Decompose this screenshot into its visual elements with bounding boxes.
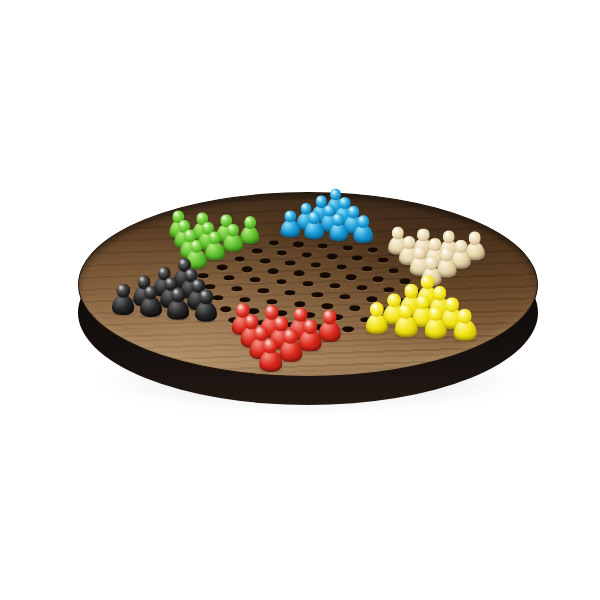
hole[interactable]: [239, 297, 250, 303]
peg-body: [140, 297, 162, 317]
hole[interactable]: [235, 256, 246, 261]
hole[interactable]: [231, 286, 242, 291]
peg-head: [322, 309, 336, 324]
hole[interactable]: [399, 279, 410, 284]
peg-head: [308, 212, 320, 225]
peg-head: [357, 215, 369, 228]
peg-head: [399, 304, 413, 319]
peg-body: [112, 295, 134, 315]
board-cells-layer: [0, 0, 600, 600]
hole[interactable]: [266, 299, 277, 305]
hole[interactable]: [260, 258, 271, 263]
peg-blue[interactable]: [305, 212, 324, 240]
hole[interactable]: [276, 279, 287, 284]
peg-green[interactable]: [223, 224, 243, 252]
hole[interactable]: [372, 277, 383, 282]
hole[interactable]: [336, 264, 347, 269]
peg-body: [279, 340, 302, 361]
hole[interactable]: [294, 271, 305, 276]
hole[interactable]: [302, 252, 312, 257]
hole[interactable]: [378, 258, 389, 263]
peg-head: [458, 309, 472, 324]
peg-head: [429, 306, 443, 321]
peg-yellow[interactable]: [395, 304, 417, 336]
peg-black[interactable]: [195, 290, 217, 322]
peg-head: [370, 302, 384, 317]
hole[interactable]: [250, 277, 261, 282]
hole[interactable]: [220, 306, 231, 312]
peg-head: [333, 213, 345, 226]
hole[interactable]: [346, 275, 357, 280]
peg-red[interactable]: [259, 338, 282, 372]
hole[interactable]: [310, 262, 321, 267]
hole[interactable]: [339, 294, 350, 300]
hole[interactable]: [285, 290, 296, 295]
hole[interactable]: [242, 267, 253, 272]
hole[interactable]: [367, 296, 378, 302]
peg-head: [425, 256, 438, 270]
peg-yellow[interactable]: [424, 306, 447, 338]
hole[interactable]: [318, 244, 328, 249]
peg-head: [440, 248, 453, 262]
hole[interactable]: [268, 269, 279, 274]
hole[interactable]: [362, 266, 373, 271]
peg-black[interactable]: [140, 286, 162, 317]
peg-head: [144, 286, 158, 300]
hole[interactable]: [368, 247, 378, 252]
hole[interactable]: [293, 242, 303, 247]
hole[interactable]: [356, 285, 367, 290]
hole[interactable]: [388, 268, 399, 273]
hole[interactable]: [216, 265, 227, 270]
peg-body: [195, 301, 217, 321]
hole[interactable]: [294, 301, 305, 307]
peg-red[interactable]: [279, 328, 302, 361]
hole[interactable]: [352, 256, 363, 261]
peg-black[interactable]: [112, 284, 134, 315]
peg-blue[interactable]: [281, 210, 300, 238]
peg-green[interactable]: [205, 231, 225, 260]
peg-black[interactable]: [167, 288, 189, 319]
peg-body: [259, 350, 282, 371]
hole[interactable]: [224, 275, 235, 280]
peg-body: [167, 299, 189, 319]
peg-yellow[interactable]: [366, 302, 388, 334]
hole[interactable]: [343, 246, 353, 251]
hole[interactable]: [269, 240, 279, 245]
product-photo-scene: [0, 0, 600, 600]
hole[interactable]: [320, 273, 331, 278]
peg-blue[interactable]: [353, 215, 373, 243]
hole[interactable]: [252, 248, 262, 253]
peg-head: [171, 288, 185, 302]
peg-head: [116, 284, 130, 298]
peg-yellow[interactable]: [454, 309, 477, 341]
peg-body: [205, 242, 225, 260]
peg-green[interactable]: [240, 216, 260, 244]
hole[interactable]: [277, 250, 287, 255]
hole[interactable]: [349, 305, 360, 311]
hole[interactable]: [383, 287, 394, 292]
hole[interactable]: [327, 254, 338, 259]
hole[interactable]: [322, 303, 333, 309]
hole[interactable]: [329, 283, 340, 288]
peg-head: [244, 216, 256, 229]
hole[interactable]: [258, 288, 269, 293]
hole[interactable]: [312, 292, 323, 297]
peg-head: [199, 290, 213, 304]
hole[interactable]: [342, 326, 354, 332]
peg-head: [263, 338, 278, 353]
hole[interactable]: [285, 260, 296, 265]
peg-blue[interactable]: [329, 213, 348, 241]
peg-head: [190, 239, 203, 252]
peg-head: [284, 210, 296, 223]
hole[interactable]: [303, 281, 314, 286]
